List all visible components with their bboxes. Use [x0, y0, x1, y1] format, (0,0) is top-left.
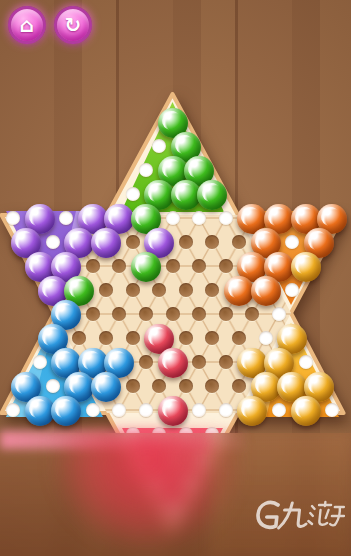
hole-r9c8[interactable]: [245, 307, 259, 321]
hole-r11c1[interactable]: [33, 355, 47, 369]
hole-r13c11[interactable]: [272, 403, 286, 417]
marble-purple-r6c4[interactable]: [91, 228, 121, 258]
marble-red-r11c6[interactable]: [158, 348, 188, 378]
home-icon: ⌂: [20, 15, 34, 35]
hole-r6c8[interactable]: [205, 235, 219, 249]
hole-r12c2[interactable]: [46, 379, 60, 393]
hole-r10c2[interactable]: [72, 331, 86, 345]
marble-blue-r13c3[interactable]: [51, 396, 81, 426]
hole-r12c6[interactable]: [152, 379, 166, 393]
hole-r6c11[interactable]: [285, 235, 299, 249]
marble-yellow-r13c12[interactable]: [291, 396, 321, 426]
hole-r8c3[interactable]: [99, 283, 113, 297]
hole-r13c8[interactable]: [192, 403, 206, 417]
hole-r6c2[interactable]: [46, 235, 60, 249]
hole-r8c7[interactable]: [205, 283, 219, 297]
hole-r10c9[interactable]: [259, 331, 273, 345]
game-screen: ⌂ ↻: [0, 0, 351, 556]
hole-r10c6[interactable]: [179, 331, 193, 345]
hole-r8c5[interactable]: [152, 283, 166, 297]
marble-green-r4c3[interactable]: [171, 180, 201, 210]
hole-r12c5[interactable]: [126, 379, 140, 393]
hole-r6c5[interactable]: [126, 235, 140, 249]
hole-r13c13[interactable]: [325, 403, 339, 417]
hole-r8c10[interactable]: [285, 283, 299, 297]
marble-green-r7c5[interactable]: [131, 252, 161, 282]
hole-r8c6[interactable]: [179, 283, 193, 297]
hole-r12c7[interactable]: [179, 379, 193, 393]
hole-r8c4[interactable]: [126, 283, 140, 297]
marble-orange-r8c8[interactable]: [224, 276, 254, 306]
hole-r9c3[interactable]: [112, 307, 126, 321]
hole-r10c8[interactable]: [232, 331, 246, 345]
home-button[interactable]: ⌂: [8, 6, 46, 44]
hole-r7c6[interactable]: [166, 259, 180, 273]
hole-r5c8[interactable]: [192, 211, 206, 225]
hole-r9c4[interactable]: [139, 307, 153, 321]
hole-r13c6[interactable]: [139, 403, 153, 417]
marble-orange-r8c9[interactable]: [251, 276, 281, 306]
hole-r6c9[interactable]: [232, 235, 246, 249]
hole-r7c4[interactable]: [112, 259, 126, 273]
marble-red-r13c7[interactable]: [158, 396, 188, 426]
hole-r12c9[interactable]: [232, 379, 246, 393]
hole-r9c5[interactable]: [166, 307, 180, 321]
hole-r11c5[interactable]: [139, 355, 153, 369]
hole-r5c3[interactable]: [59, 211, 73, 225]
hole-r10c7[interactable]: [205, 331, 219, 345]
hole-r10c4[interactable]: [126, 331, 140, 345]
jiuyou-logo: [255, 496, 347, 538]
marble-yellow-r7c11[interactable]: [291, 252, 321, 282]
watermark: [255, 496, 347, 542]
hole-r13c9[interactable]: [219, 403, 233, 417]
hole-r13c4[interactable]: [86, 403, 100, 417]
hole-r9c7[interactable]: [219, 307, 233, 321]
hole-r13c1[interactable]: [6, 403, 20, 417]
restart-button[interactable]: ↻: [54, 6, 92, 44]
hole-r6c7[interactable]: [179, 235, 193, 249]
marble-blue-r12c4[interactable]: [91, 372, 121, 402]
hole-r5c9[interactable]: [219, 211, 233, 225]
hole-r10c3[interactable]: [99, 331, 113, 345]
hole-r4c1[interactable]: [126, 187, 140, 201]
hole-r11c11[interactable]: [299, 355, 313, 369]
hole-r12c8[interactable]: [205, 379, 219, 393]
hole-r11c8[interactable]: [219, 355, 233, 369]
hole-r9c2[interactable]: [86, 307, 100, 321]
hole-r5c1[interactable]: [6, 211, 20, 225]
hole-r7c8[interactable]: [219, 259, 233, 273]
hole-r13c5[interactable]: [112, 403, 126, 417]
marble-green-r4c4[interactable]: [197, 180, 227, 210]
hole-r7c7[interactable]: [192, 259, 206, 273]
hole-r2c1[interactable]: [152, 139, 166, 153]
restart-icon: ↻: [65, 15, 82, 35]
hole-r3c1[interactable]: [139, 163, 153, 177]
marble-blue-r13c2[interactable]: [25, 396, 55, 426]
marble-yellow-r13c10[interactable]: [237, 396, 267, 426]
hole-r9c9[interactable]: [272, 307, 286, 321]
hole-r9c6[interactable]: [192, 307, 206, 321]
hole-r11c7[interactable]: [192, 355, 206, 369]
hole-r5c7[interactable]: [166, 211, 180, 225]
hole-r7c3[interactable]: [86, 259, 100, 273]
